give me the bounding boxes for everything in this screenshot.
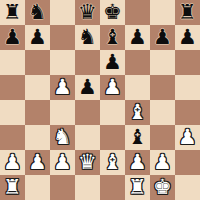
square-g1[interactable]: ♚ (150, 175, 175, 200)
white-bishop-piece[interactable]: ♝ (103, 150, 122, 175)
square-a6[interactable] (0, 50, 25, 75)
square-g4[interactable] (150, 100, 175, 125)
white-rook-piece[interactable]: ♜ (128, 175, 147, 200)
square-c6[interactable] (50, 50, 75, 75)
square-c1[interactable] (50, 175, 75, 200)
square-g3[interactable] (150, 125, 175, 150)
square-d6[interactable] (75, 50, 100, 75)
black-knight-piece[interactable]: ♞ (28, 0, 47, 25)
square-e8[interactable]: ♚ (100, 0, 125, 25)
black-pawn-piece[interactable]: ♟ (153, 25, 172, 50)
square-d5[interactable]: ♟ (75, 75, 100, 100)
square-d8[interactable]: ♛ (75, 0, 100, 25)
square-g7[interactable]: ♟ (150, 25, 175, 50)
square-c2[interactable]: ♟ (50, 150, 75, 175)
black-pawn-piece[interactable]: ♟ (28, 25, 47, 50)
square-b1[interactable] (25, 175, 50, 200)
square-e1[interactable] (100, 175, 125, 200)
black-pawn-piece[interactable]: ♟ (103, 50, 122, 75)
square-h3[interactable]: ♟ (175, 125, 200, 150)
white-rook-piece[interactable]: ♜ (3, 175, 22, 200)
square-b8[interactable]: ♞ (25, 0, 50, 25)
square-e7[interactable]: ♝ (100, 25, 125, 50)
square-e6[interactable]: ♟ (100, 50, 125, 75)
square-a3[interactable] (0, 125, 25, 150)
white-king-piece[interactable]: ♚ (153, 175, 172, 200)
square-f4[interactable]: ♝ (125, 100, 150, 125)
chess-board: ♜♞♛♚♜♟♟♞♝♟♟♟♟♟♟♟♝♞♝♟♟♟♟♛♝♟♟♜♜♚ (0, 0, 200, 200)
white-pawn-piece[interactable]: ♟ (103, 75, 122, 100)
square-a7[interactable]: ♟ (0, 25, 25, 50)
square-b6[interactable] (25, 50, 50, 75)
black-pawn-piece[interactable]: ♟ (128, 25, 147, 50)
square-e4[interactable] (100, 100, 125, 125)
white-pawn-piece[interactable]: ♟ (153, 150, 172, 175)
square-c3[interactable]: ♞ (50, 125, 75, 150)
square-d7[interactable]: ♞ (75, 25, 100, 50)
white-pawn-piece[interactable]: ♟ (3, 150, 22, 175)
square-b7[interactable]: ♟ (25, 25, 50, 50)
square-f8[interactable] (125, 0, 150, 25)
square-b2[interactable]: ♟ (25, 150, 50, 175)
white-pawn-piece[interactable]: ♟ (28, 150, 47, 175)
square-d2[interactable]: ♛ (75, 150, 100, 175)
square-g5[interactable] (150, 75, 175, 100)
black-bishop-piece[interactable]: ♝ (103, 25, 122, 50)
square-h7[interactable]: ♟ (175, 25, 200, 50)
square-h6[interactable] (175, 50, 200, 75)
square-h5[interactable] (175, 75, 200, 100)
square-h2[interactable] (175, 150, 200, 175)
square-c8[interactable] (50, 0, 75, 25)
black-pawn-piece[interactable]: ♟ (3, 25, 22, 50)
square-a2[interactable]: ♟ (0, 150, 25, 175)
square-a5[interactable] (0, 75, 25, 100)
square-c7[interactable] (50, 25, 75, 50)
square-a4[interactable] (0, 100, 25, 125)
square-f7[interactable]: ♟ (125, 25, 150, 50)
square-d1[interactable] (75, 175, 100, 200)
square-g2[interactable]: ♟ (150, 150, 175, 175)
black-king-piece[interactable]: ♚ (103, 0, 122, 25)
square-g8[interactable] (150, 0, 175, 25)
square-a8[interactable]: ♜ (0, 0, 25, 25)
white-pawn-piece[interactable]: ♟ (128, 150, 147, 175)
black-rook-piece[interactable]: ♜ (178, 0, 197, 25)
square-b3[interactable] (25, 125, 50, 150)
square-b4[interactable] (25, 100, 50, 125)
white-pawn-piece[interactable]: ♟ (53, 75, 72, 100)
black-queen-piece[interactable]: ♛ (78, 0, 97, 25)
square-c4[interactable] (50, 100, 75, 125)
white-queen-piece[interactable]: ♛ (78, 150, 97, 175)
square-e2[interactable]: ♝ (100, 150, 125, 175)
white-bishop-piece[interactable]: ♝ (128, 100, 147, 125)
square-e3[interactable] (100, 125, 125, 150)
white-knight-piece[interactable]: ♞ (53, 125, 72, 150)
white-pawn-piece[interactable]: ♟ (53, 150, 72, 175)
square-g6[interactable] (150, 50, 175, 75)
black-knight-piece[interactable]: ♞ (78, 25, 97, 50)
square-f3[interactable]: ♝ (125, 125, 150, 150)
square-f5[interactable] (125, 75, 150, 100)
square-h1[interactable] (175, 175, 200, 200)
white-pawn-piece[interactable]: ♟ (178, 125, 197, 150)
black-pawn-piece[interactable]: ♟ (178, 25, 197, 50)
square-h8[interactable]: ♜ (175, 0, 200, 25)
square-a1[interactable]: ♜ (0, 175, 25, 200)
square-b5[interactable] (25, 75, 50, 100)
square-f6[interactable] (125, 50, 150, 75)
square-c5[interactable]: ♟ (50, 75, 75, 100)
square-e5[interactable]: ♟ (100, 75, 125, 100)
square-h4[interactable] (175, 100, 200, 125)
square-f2[interactable]: ♟ (125, 150, 150, 175)
black-rook-piece[interactable]: ♜ (3, 0, 22, 25)
square-d4[interactable] (75, 100, 100, 125)
black-pawn-piece[interactable]: ♟ (78, 75, 97, 100)
square-f1[interactable]: ♜ (125, 175, 150, 200)
black-bishop-piece[interactable]: ♝ (128, 125, 147, 150)
square-d3[interactable] (75, 125, 100, 150)
